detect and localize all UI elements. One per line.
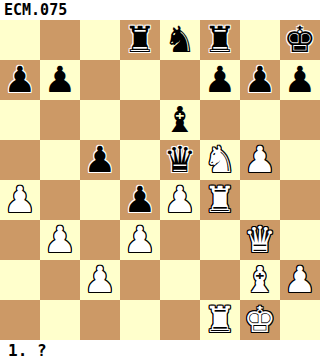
diagram-title: ECM.075 <box>0 0 320 20</box>
square-e2[interactable] <box>160 260 200 300</box>
square-b6[interactable] <box>40 100 80 140</box>
square-a6[interactable] <box>0 100 40 140</box>
square-b3[interactable]: ♟ <box>40 220 80 260</box>
square-b5[interactable] <box>40 140 80 180</box>
black-pawn[interactable]: ♟ <box>244 60 276 100</box>
square-f5[interactable]: ♞ <box>200 140 240 180</box>
square-g8[interactable] <box>240 20 280 60</box>
white-king[interactable]: ♚ <box>244 300 276 340</box>
square-d3[interactable]: ♟ <box>120 220 160 260</box>
black-knight[interactable]: ♞ <box>164 20 196 60</box>
square-d7[interactable] <box>120 60 160 100</box>
square-e5[interactable]: ♛ <box>160 140 200 180</box>
square-f4[interactable]: ♜ <box>200 180 240 220</box>
white-pawn[interactable]: ♟ <box>164 180 196 220</box>
square-h1[interactable] <box>280 300 320 340</box>
white-pawn[interactable]: ♟ <box>84 260 116 300</box>
black-king[interactable]: ♚ <box>284 20 316 60</box>
square-c6[interactable] <box>80 100 120 140</box>
square-g2[interactable]: ♝ <box>240 260 280 300</box>
square-c3[interactable] <box>80 220 120 260</box>
square-c1[interactable] <box>80 300 120 340</box>
square-h4[interactable] <box>280 180 320 220</box>
square-f7[interactable]: ♟ <box>200 60 240 100</box>
white-knight[interactable]: ♞ <box>204 140 236 180</box>
white-pawn[interactable]: ♟ <box>124 220 156 260</box>
square-c5[interactable]: ♟ <box>80 140 120 180</box>
square-a1[interactable] <box>0 300 40 340</box>
black-pawn[interactable]: ♟ <box>4 60 36 100</box>
square-a2[interactable] <box>0 260 40 300</box>
black-rook[interactable]: ♜ <box>204 20 236 60</box>
white-bishop[interactable]: ♝ <box>244 260 276 300</box>
square-c8[interactable] <box>80 20 120 60</box>
square-f1[interactable]: ♜ <box>200 300 240 340</box>
white-pawn[interactable]: ♟ <box>4 180 36 220</box>
square-a7[interactable]: ♟ <box>0 60 40 100</box>
square-d2[interactable] <box>120 260 160 300</box>
black-pawn[interactable]: ♟ <box>204 60 236 100</box>
move-prompt: 1. ? <box>0 340 320 360</box>
square-b2[interactable] <box>40 260 80 300</box>
square-a4[interactable]: ♟ <box>0 180 40 220</box>
square-e8[interactable]: ♞ <box>160 20 200 60</box>
white-rook[interactable]: ♜ <box>204 300 236 340</box>
square-d1[interactable] <box>120 300 160 340</box>
white-pawn[interactable]: ♟ <box>284 260 316 300</box>
square-d8[interactable]: ♜ <box>120 20 160 60</box>
square-c4[interactable] <box>80 180 120 220</box>
square-g4[interactable] <box>240 180 280 220</box>
square-f3[interactable] <box>200 220 240 260</box>
square-f2[interactable] <box>200 260 240 300</box>
square-g6[interactable] <box>240 100 280 140</box>
square-g3[interactable]: ♛ <box>240 220 280 260</box>
square-h5[interactable] <box>280 140 320 180</box>
square-d5[interactable] <box>120 140 160 180</box>
black-pawn[interactable]: ♟ <box>284 60 316 100</box>
square-b1[interactable] <box>40 300 80 340</box>
square-e4[interactable]: ♟ <box>160 180 200 220</box>
square-g5[interactable]: ♟ <box>240 140 280 180</box>
square-c7[interactable] <box>80 60 120 100</box>
square-f8[interactable]: ♜ <box>200 20 240 60</box>
square-b4[interactable] <box>40 180 80 220</box>
black-rook[interactable]: ♜ <box>124 20 156 60</box>
square-e7[interactable] <box>160 60 200 100</box>
white-pawn[interactable]: ♟ <box>44 220 76 260</box>
square-b8[interactable] <box>40 20 80 60</box>
square-e1[interactable] <box>160 300 200 340</box>
square-h6[interactable] <box>280 100 320 140</box>
black-queen[interactable]: ♛ <box>164 140 196 180</box>
square-e6[interactable]: ♝ <box>160 100 200 140</box>
square-h2[interactable]: ♟ <box>280 260 320 300</box>
black-bishop[interactable]: ♝ <box>164 100 196 140</box>
square-f6[interactable] <box>200 100 240 140</box>
chess-board: ♜♞♜♚♟♟♟♟♟♝♟♛♞♟♟♟♟♜♟♟♛♟♝♟♜♚ <box>0 20 320 340</box>
white-pawn[interactable]: ♟ <box>244 140 276 180</box>
black-pawn[interactable]: ♟ <box>84 140 116 180</box>
square-b7[interactable]: ♟ <box>40 60 80 100</box>
square-d6[interactable] <box>120 100 160 140</box>
white-rook[interactable]: ♜ <box>204 180 236 220</box>
square-a3[interactable] <box>0 220 40 260</box>
square-h7[interactable]: ♟ <box>280 60 320 100</box>
square-c2[interactable]: ♟ <box>80 260 120 300</box>
black-pawn[interactable]: ♟ <box>44 60 76 100</box>
square-g7[interactable]: ♟ <box>240 60 280 100</box>
black-pawn[interactable]: ♟ <box>124 180 156 220</box>
square-a8[interactable] <box>0 20 40 60</box>
square-d4[interactable]: ♟ <box>120 180 160 220</box>
square-h8[interactable]: ♚ <box>280 20 320 60</box>
square-h3[interactable] <box>280 220 320 260</box>
square-g1[interactable]: ♚ <box>240 300 280 340</box>
white-queen[interactable]: ♛ <box>244 220 276 260</box>
square-a5[interactable] <box>0 140 40 180</box>
square-e3[interactable] <box>160 220 200 260</box>
